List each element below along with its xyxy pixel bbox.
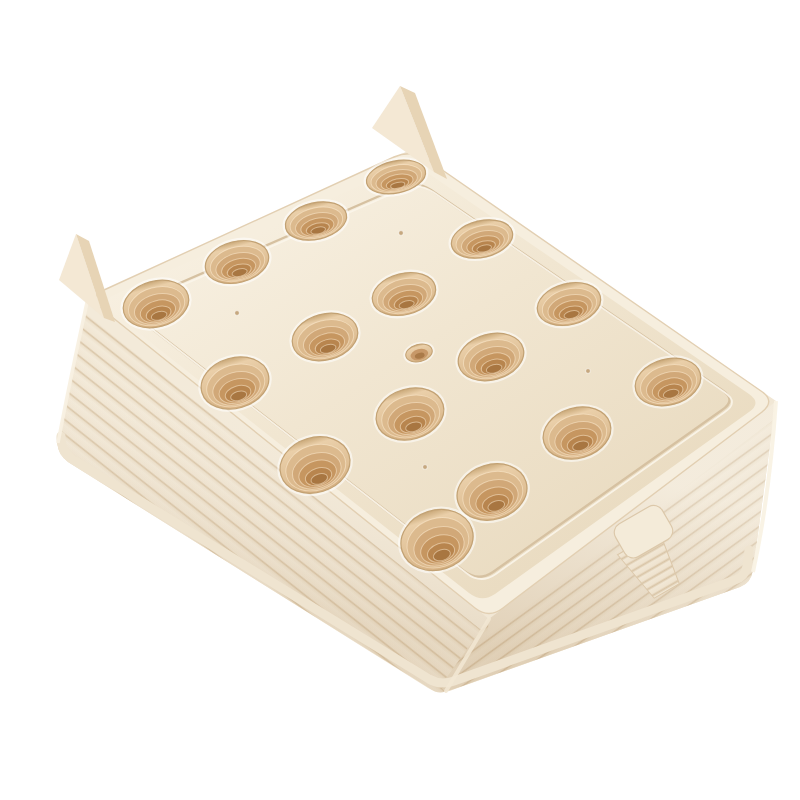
tray-stack (58, 86, 776, 693)
pin-hole (423, 465, 428, 470)
pin-hole (586, 369, 591, 374)
pin-hole (235, 311, 240, 316)
product-photo-svg (0, 0, 800, 800)
product-photo: Angled overhead product photo on a plain… (0, 0, 800, 800)
pin-hole (399, 231, 404, 236)
